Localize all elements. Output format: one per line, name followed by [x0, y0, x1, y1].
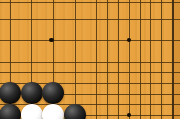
board-right-edge-line — [172, 0, 174, 119]
black-stone[interactable] — [64, 104, 86, 119]
black-stone[interactable] — [0, 104, 21, 119]
white-stone[interactable] — [21, 104, 43, 119]
black-stone[interactable] — [0, 82, 21, 104]
grid-hline — [0, 40, 180, 41]
grid-hline — [0, 72, 180, 73]
black-stone[interactable] — [42, 82, 64, 104]
star-point — [49, 38, 53, 42]
grid-hline — [0, 62, 180, 63]
go-board[interactable] — [0, 0, 180, 119]
black-stone[interactable] — [21, 82, 43, 104]
white-stone[interactable] — [42, 104, 64, 119]
star-point — [127, 38, 131, 42]
star-point — [127, 113, 131, 117]
go-app-screenshot — [0, 0, 180, 119]
grid-hline — [0, 19, 180, 20]
grid-hline — [0, 2, 180, 3]
